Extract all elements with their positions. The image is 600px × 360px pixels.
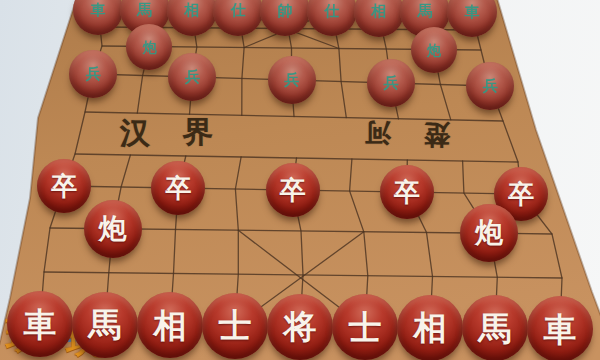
piece-character: 仕 <box>324 4 339 19</box>
piece-character: 士 <box>349 311 382 344</box>
piece-character: 相 <box>414 311 447 344</box>
piece-character: 炮 <box>142 40 156 54</box>
piece-character: 車 <box>24 308 57 341</box>
piece-character: 将 <box>284 310 317 343</box>
piece-character: 相 <box>184 3 199 18</box>
piece-near-white-soldier[interactable]: 卒 <box>266 163 320 217</box>
piece-character: 馬 <box>479 312 512 345</box>
piece-character: 卒 <box>394 179 420 205</box>
piece-near-white-advisor[interactable]: 士 <box>332 294 398 360</box>
piece-near-white-cannon[interactable]: 炮 <box>84 200 142 258</box>
piece-near-white-horse[interactable]: 馬 <box>72 292 138 358</box>
piece-character: 相 <box>154 309 187 342</box>
piece-far-green-soldier[interactable]: 兵 <box>168 53 216 101</box>
river-label-han: 汉 <box>120 118 150 148</box>
piece-character: 馬 <box>89 308 122 341</box>
piece-character: 兵 <box>185 70 200 85</box>
piece-character: 兵 <box>86 67 101 82</box>
piece-near-white-elephant[interactable]: 相 <box>397 295 463 360</box>
piece-character: 卒 <box>165 175 191 201</box>
piece-character: 馬 <box>418 4 433 19</box>
piece-far-green-cannon[interactable]: 炮 <box>411 27 457 73</box>
piece-far-green-soldier[interactable]: 兵 <box>466 62 514 110</box>
piece-character: 卒 <box>51 173 77 199</box>
river-label-jie: 界 <box>183 117 213 147</box>
piece-near-white-general[interactable]: 将 <box>267 294 333 360</box>
piece-character: 兵 <box>284 73 299 88</box>
piece-far-green-soldier[interactable]: 兵 <box>69 50 117 98</box>
piece-near-white-chariot[interactable]: 車 <box>527 296 593 360</box>
piece-character: 兵 <box>483 79 498 94</box>
piece-near-white-horse[interactable]: 馬 <box>462 295 528 360</box>
piece-near-white-advisor[interactable]: 士 <box>202 293 268 359</box>
river-label-chu: 楚 <box>424 122 450 148</box>
piece-far-green-cannon[interactable]: 炮 <box>126 24 172 70</box>
piece-near-white-cannon[interactable]: 炮 <box>460 204 518 262</box>
piece-character: 車 <box>91 3 106 18</box>
piece-far-green-soldier[interactable]: 兵 <box>367 59 415 107</box>
piece-near-white-soldier[interactable]: 卒 <box>37 159 91 213</box>
piece-far-green-soldier[interactable]: 兵 <box>268 56 316 104</box>
piece-character: 馬 <box>137 3 152 18</box>
piece-near-white-elephant[interactable]: 相 <box>137 292 203 358</box>
river-label-he: 河 <box>365 120 391 146</box>
piece-character: 車 <box>465 5 480 20</box>
piece-character: 炮 <box>99 215 127 243</box>
piece-character: 炮 <box>427 43 441 57</box>
piece-character: 卒 <box>280 177 306 203</box>
piece-character: 仕 <box>231 3 246 18</box>
piece-near-white-chariot[interactable]: 車 <box>7 291 73 357</box>
piece-near-white-soldier[interactable]: 卒 <box>151 161 205 215</box>
piece-character: 帥 <box>278 4 293 19</box>
piece-character: 兵 <box>383 76 398 91</box>
piece-character: 車 <box>544 313 577 346</box>
piece-character: 士 <box>219 309 252 342</box>
piece-character: 炮 <box>475 219 503 247</box>
piece-near-white-soldier[interactable]: 卒 <box>380 165 434 219</box>
piece-character: 相 <box>371 4 386 19</box>
piece-character: 卒 <box>508 181 534 207</box>
xiangqi-photo-scene: 車馬相仕帥仕相馬車炮炮兵兵兵兵兵卒卒卒卒卒炮炮車馬相士将士相馬車 汉 界 河 楚… <box>0 0 600 360</box>
